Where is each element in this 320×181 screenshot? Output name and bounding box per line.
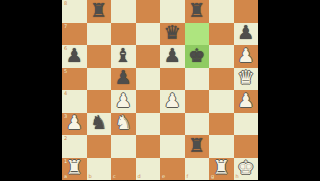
white-pawn[interactable]: ♟ xyxy=(115,91,132,110)
square-g8[interactable] xyxy=(209,0,234,23)
square-c5[interactable]: ♟ xyxy=(111,68,136,91)
black-bishop[interactable]: ♝ xyxy=(115,46,132,65)
black-rook[interactable]: ♜ xyxy=(90,1,107,20)
square-a1[interactable]: 1a♜ xyxy=(62,158,87,181)
chess-board: 8♜♜7♛♟6♟♝♟♚♟5♟♛4♟♟♟3♟♞♞2♜1a♜bcdefg♜h♚ xyxy=(62,0,258,180)
square-g7[interactable] xyxy=(209,23,234,46)
white-rook[interactable]: ♜ xyxy=(66,158,83,177)
rank-label-4: 4 xyxy=(64,91,67,96)
square-g3[interactable] xyxy=(209,113,234,136)
black-king[interactable]: ♚ xyxy=(188,46,205,65)
square-b8[interactable]: ♜ xyxy=(87,0,112,23)
white-pawn[interactable]: ♟ xyxy=(164,91,181,110)
square-d8[interactable] xyxy=(136,0,161,23)
square-f2[interactable]: ♜ xyxy=(185,135,210,158)
black-pawn[interactable]: ♟ xyxy=(115,68,132,87)
square-f1[interactable]: f xyxy=(185,158,210,181)
file-label-e: e xyxy=(162,174,165,179)
square-e4[interactable]: ♟ xyxy=(160,90,185,113)
square-f8[interactable]: ♜ xyxy=(185,0,210,23)
rank-label-2: 2 xyxy=(64,136,67,141)
square-e6[interactable]: ♟ xyxy=(160,45,185,68)
square-h4[interactable]: ♟ xyxy=(234,90,259,113)
square-b3[interactable]: ♞ xyxy=(87,113,112,136)
square-c6[interactable]: ♝ xyxy=(111,45,136,68)
white-knight[interactable]: ♞ xyxy=(115,113,132,132)
square-a6[interactable]: 6♟ xyxy=(62,45,87,68)
square-c1[interactable]: c xyxy=(111,158,136,181)
black-pawn[interactable]: ♟ xyxy=(66,46,83,65)
black-rook[interactable]: ♜ xyxy=(188,1,205,20)
square-d6[interactable] xyxy=(136,45,161,68)
square-d5[interactable] xyxy=(136,68,161,91)
square-a2[interactable]: 2 xyxy=(62,135,87,158)
black-rook[interactable]: ♜ xyxy=(188,136,205,155)
square-b1[interactable]: b xyxy=(87,158,112,181)
square-e5[interactable] xyxy=(160,68,185,91)
square-b6[interactable] xyxy=(87,45,112,68)
square-b5[interactable] xyxy=(87,68,112,91)
square-e8[interactable] xyxy=(160,0,185,23)
square-f6[interactable]: ♚ xyxy=(185,45,210,68)
white-pawn[interactable]: ♟ xyxy=(237,46,254,65)
square-d4[interactable] xyxy=(136,90,161,113)
white-king[interactable]: ♚ xyxy=(237,158,254,177)
square-e3[interactable] xyxy=(160,113,185,136)
square-d2[interactable] xyxy=(136,135,161,158)
square-g6[interactable] xyxy=(209,45,234,68)
file-label-d: d xyxy=(138,174,141,179)
rank-label-8: 8 xyxy=(64,1,67,6)
square-h3[interactable] xyxy=(234,113,259,136)
square-f3[interactable] xyxy=(185,113,210,136)
letterbox-left xyxy=(0,0,62,180)
rank-label-7: 7 xyxy=(64,24,67,29)
square-g5[interactable] xyxy=(209,68,234,91)
square-g4[interactable] xyxy=(209,90,234,113)
black-knight[interactable]: ♞ xyxy=(90,113,107,132)
square-g2[interactable] xyxy=(209,135,234,158)
square-c4[interactable]: ♟ xyxy=(111,90,136,113)
square-a5[interactable]: 5 xyxy=(62,68,87,91)
file-label-b: b xyxy=(89,174,92,179)
square-a4[interactable]: 4 xyxy=(62,90,87,113)
square-a7[interactable]: 7 xyxy=(62,23,87,46)
square-b4[interactable] xyxy=(87,90,112,113)
chess-app-stage: 8♜♜7♛♟6♟♝♟♚♟5♟♛4♟♟♟3♟♞♞2♜1a♜bcdefg♜h♚ xyxy=(0,0,320,180)
square-h2[interactable] xyxy=(234,135,259,158)
square-h5[interactable]: ♛ xyxy=(234,68,259,91)
square-c2[interactable] xyxy=(111,135,136,158)
white-rook[interactable]: ♜ xyxy=(213,158,230,177)
square-a3[interactable]: 3♟ xyxy=(62,113,87,136)
square-g1[interactable]: g♜ xyxy=(209,158,234,181)
square-h8[interactable] xyxy=(234,0,259,23)
black-queen[interactable]: ♛ xyxy=(164,23,181,42)
square-h1[interactable]: h♚ xyxy=(234,158,259,181)
file-label-f: f xyxy=(187,174,189,179)
black-pawn[interactable]: ♟ xyxy=(237,23,254,42)
rank-label-5: 5 xyxy=(64,69,67,74)
square-e2[interactable] xyxy=(160,135,185,158)
square-d7[interactable] xyxy=(136,23,161,46)
square-d3[interactable] xyxy=(136,113,161,136)
white-pawn[interactable]: ♟ xyxy=(237,91,254,110)
black-pawn[interactable]: ♟ xyxy=(164,46,181,65)
file-label-c: c xyxy=(113,174,116,179)
square-e1[interactable]: e xyxy=(160,158,185,181)
white-queen[interactable]: ♛ xyxy=(237,68,254,87)
square-c3[interactable]: ♞ xyxy=(111,113,136,136)
square-c7[interactable] xyxy=(111,23,136,46)
square-f7[interactable] xyxy=(185,23,210,46)
square-h7[interactable]: ♟ xyxy=(234,23,259,46)
square-b7[interactable] xyxy=(87,23,112,46)
square-c8[interactable] xyxy=(111,0,136,23)
square-e7[interactable]: ♛ xyxy=(160,23,185,46)
square-f4[interactable] xyxy=(185,90,210,113)
square-a8[interactable]: 8 xyxy=(62,0,87,23)
square-f5[interactable] xyxy=(185,68,210,91)
square-b2[interactable] xyxy=(87,135,112,158)
square-d1[interactable]: d xyxy=(136,158,161,181)
white-pawn[interactable]: ♟ xyxy=(66,113,83,132)
square-h6[interactable]: ♟ xyxy=(234,45,259,68)
letterbox-right xyxy=(258,0,320,180)
